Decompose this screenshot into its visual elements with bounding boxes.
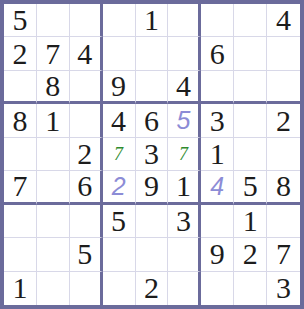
cell-r1c6[interactable] [168, 4, 201, 37]
cell-r1c5[interactable]: 1 [136, 4, 169, 37]
cell-r6c6[interactable]: 1 [168, 171, 201, 204]
cell-r2c6[interactable] [168, 37, 201, 70]
given-digit: 2 [144, 273, 159, 303]
cell-r3c7[interactable] [201, 71, 234, 104]
cell-r7c3[interactable] [70, 205, 103, 238]
given-digit: 1 [45, 106, 60, 136]
cell-r7c5[interactable] [136, 205, 169, 238]
given-digit: 3 [144, 139, 159, 169]
given-digit: 7 [12, 171, 27, 201]
cell-r2c5[interactable] [136, 37, 169, 70]
cell-r2c4[interactable] [103, 37, 136, 70]
cell-r9c7[interactable] [201, 272, 234, 305]
sudoku-board: 5142746894814653227371762914585315927123 [0, 0, 304, 309]
cell-r5c7[interactable]: 1 [201, 138, 234, 171]
given-digit: 4 [77, 39, 92, 69]
cell-r2c8[interactable] [234, 37, 267, 70]
given-digit: 9 [144, 171, 159, 201]
given-digit: 5 [12, 5, 27, 35]
cell-r8c1[interactable] [4, 238, 37, 271]
cell-r3c8[interactable] [234, 71, 267, 104]
cell-r5c8[interactable] [234, 138, 267, 171]
user-digit: 2 [112, 174, 126, 199]
cell-r4c1[interactable]: 8 [4, 104, 37, 137]
given-digit: 2 [243, 239, 258, 269]
cell-r7c8[interactable]: 1 [234, 205, 267, 238]
given-digit: 4 [276, 5, 291, 35]
given-digit: 5 [77, 239, 92, 269]
cell-r1c1[interactable]: 5 [4, 4, 37, 37]
given-digit: 6 [77, 171, 92, 201]
cell-r2c2[interactable]: 7 [37, 37, 70, 70]
given-digit: 7 [45, 39, 60, 69]
given-digit: 9 [111, 71, 126, 101]
cell-r4c7[interactable]: 3 [201, 104, 234, 137]
cell-r9c9[interactable]: 3 [267, 272, 300, 305]
cell-r1c3[interactable] [70, 4, 103, 37]
given-digit: 6 [210, 39, 225, 69]
cell-r5c5[interactable]: 3 [136, 138, 169, 171]
given-digit: 9 [210, 239, 225, 269]
cell-r9c4[interactable] [103, 272, 136, 305]
pencil-digit: 7 [114, 145, 123, 163]
cell-r8c6[interactable] [168, 238, 201, 271]
cell-r6c2[interactable] [37, 171, 70, 204]
cell-r8c5[interactable] [136, 238, 169, 271]
cell-r2c9[interactable] [267, 37, 300, 70]
given-digit: 1 [144, 5, 159, 35]
given-digit: 5 [111, 206, 126, 236]
cell-r3c3[interactable] [70, 71, 103, 104]
cell-r5c2[interactable] [37, 138, 70, 171]
cell-r4c9[interactable]: 2 [267, 104, 300, 137]
cell-r7c2[interactable] [37, 205, 70, 238]
given-digit: 1 [12, 273, 27, 303]
cell-r5c1[interactable] [4, 138, 37, 171]
cell-r6c7[interactable]: 4 [201, 171, 234, 204]
given-digit: 3 [276, 273, 291, 303]
cell-r9c1[interactable]: 1 [4, 272, 37, 305]
cell-r1c7[interactable] [201, 4, 234, 37]
cell-r2c3[interactable]: 4 [70, 37, 103, 70]
cell-r1c8[interactable] [234, 4, 267, 37]
cell-r9c3[interactable] [70, 272, 103, 305]
cell-r3c6[interactable]: 4 [168, 71, 201, 104]
cell-r6c5[interactable]: 9 [136, 171, 169, 204]
user-digit: 5 [176, 108, 190, 133]
cell-r4c5[interactable]: 6 [136, 104, 169, 137]
cell-r8c2[interactable] [37, 238, 70, 271]
cell-r1c2[interactable] [37, 4, 70, 37]
given-digit: 4 [111, 106, 126, 136]
cell-r4c2[interactable]: 1 [37, 104, 70, 137]
pencil-digit: 7 [179, 145, 188, 163]
cell-r9c8[interactable] [234, 272, 267, 305]
cell-r5c3[interactable]: 2 [70, 138, 103, 171]
cell-r5c6[interactable]: 7 [168, 138, 201, 171]
given-digit: 2 [276, 106, 291, 136]
cell-r1c4[interactable] [103, 4, 136, 37]
given-digit: 8 [12, 106, 27, 136]
cell-r6c4[interactable]: 2 [103, 171, 136, 204]
cell-r5c4[interactable]: 7 [103, 138, 136, 171]
given-digit: 8 [45, 71, 60, 101]
cell-r5c9[interactable] [267, 138, 300, 171]
cell-r9c6[interactable] [168, 272, 201, 305]
given-digit: 3 [210, 106, 225, 136]
cell-r7c6[interactable]: 3 [168, 205, 201, 238]
cell-r3c4[interactable]: 9 [103, 71, 136, 104]
cell-r1c9[interactable]: 4 [267, 4, 300, 37]
cell-r3c9[interactable] [267, 71, 300, 104]
cell-r8c8[interactable]: 2 [234, 238, 267, 271]
given-digit: 3 [176, 206, 191, 236]
cell-r8c4[interactable] [103, 238, 136, 271]
cell-r4c6[interactable]: 5 [168, 104, 201, 137]
cell-r4c8[interactable] [234, 104, 267, 137]
cell-r3c2[interactable]: 8 [37, 71, 70, 104]
cell-r8c9[interactable]: 7 [267, 238, 300, 271]
given-digit: 1 [210, 139, 225, 169]
cell-r6c9[interactable]: 8 [267, 171, 300, 204]
given-digit: 1 [243, 206, 258, 236]
cell-r8c3[interactable]: 5 [70, 238, 103, 271]
given-digit: 1 [176, 171, 191, 201]
cell-r7c9[interactable] [267, 205, 300, 238]
given-digit: 5 [243, 171, 258, 201]
cell-r7c1[interactable] [4, 205, 37, 238]
cell-r4c4[interactable]: 4 [103, 104, 136, 137]
given-digit: 6 [144, 106, 159, 136]
cell-r6c3[interactable]: 6 [70, 171, 103, 204]
given-digit: 8 [276, 171, 291, 201]
cell-r9c5[interactable]: 2 [136, 272, 169, 305]
user-digit: 4 [210, 174, 224, 199]
given-digit: 2 [77, 139, 92, 169]
cell-r7c4[interactable]: 5 [103, 205, 136, 238]
cell-r3c1[interactable] [4, 71, 37, 104]
cell-r9c2[interactable] [37, 272, 70, 305]
cell-r4c3[interactable] [70, 104, 103, 137]
cell-r3c5[interactable] [136, 71, 169, 104]
cell-r2c1[interactable]: 2 [4, 37, 37, 70]
cell-r6c8[interactable]: 5 [234, 171, 267, 204]
cell-r8c7[interactable]: 9 [201, 238, 234, 271]
given-digit: 4 [176, 71, 191, 101]
given-digit: 7 [276, 239, 291, 269]
given-digit: 2 [12, 39, 27, 69]
cell-r2c7[interactable]: 6 [201, 37, 234, 70]
cell-r6c1[interactable]: 7 [4, 171, 37, 204]
cell-r7c7[interactable] [201, 205, 234, 238]
